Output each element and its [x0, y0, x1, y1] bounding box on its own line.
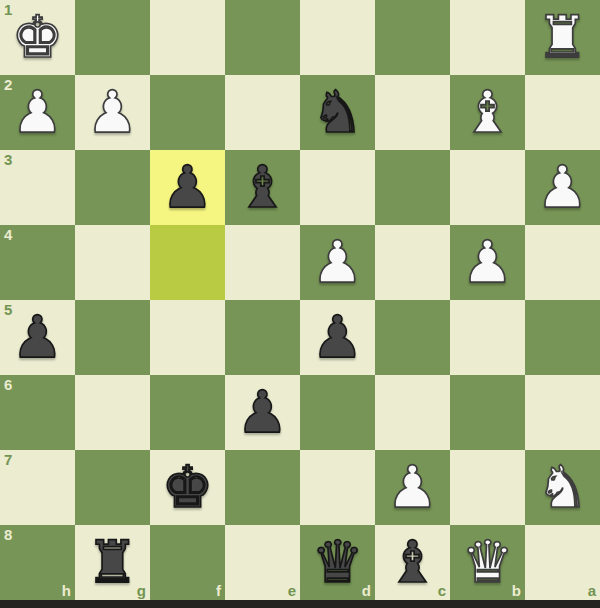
- square-e5[interactable]: [225, 300, 300, 375]
- square-h7[interactable]: 7: [0, 450, 75, 525]
- file-label-h: h: [62, 583, 71, 598]
- file-label-f: f: [216, 583, 221, 598]
- square-a8[interactable]: a: [525, 525, 600, 600]
- piece-white-knight[interactable]: ♞: [537, 450, 589, 525]
- square-b7[interactable]: [450, 450, 525, 525]
- piece-black-queen[interactable]: ♛: [312, 525, 364, 600]
- square-c3[interactable]: [375, 150, 450, 225]
- square-d8[interactable]: ♛d: [300, 525, 375, 600]
- square-b2[interactable]: ♝: [450, 75, 525, 150]
- square-f8[interactable]: f: [150, 525, 225, 600]
- square-d6[interactable]: [300, 375, 375, 450]
- square-f5[interactable]: [150, 300, 225, 375]
- piece-black-pawn[interactable]: ♟: [12, 300, 64, 375]
- rank-label-8: 8: [4, 527, 12, 542]
- square-g3[interactable]: [75, 150, 150, 225]
- square-g5[interactable]: [75, 300, 150, 375]
- square-a5[interactable]: [525, 300, 600, 375]
- square-h3[interactable]: 3: [0, 150, 75, 225]
- square-b5[interactable]: [450, 300, 525, 375]
- square-h8[interactable]: 8h: [0, 525, 75, 600]
- square-g6[interactable]: [75, 375, 150, 450]
- square-d4[interactable]: ♟: [300, 225, 375, 300]
- square-h2[interactable]: 2♟: [0, 75, 75, 150]
- square-c4[interactable]: [375, 225, 450, 300]
- square-g8[interactable]: ♜g: [75, 525, 150, 600]
- square-d7[interactable]: [300, 450, 375, 525]
- piece-white-queen[interactable]: ♛: [462, 525, 514, 600]
- file-label-c: c: [438, 583, 446, 598]
- square-a7[interactable]: ♞: [525, 450, 600, 525]
- square-b1[interactable]: [450, 0, 525, 75]
- square-e6[interactable]: ♟: [225, 375, 300, 450]
- square-d5[interactable]: ♟: [300, 300, 375, 375]
- square-d1[interactable]: [300, 0, 375, 75]
- square-e7[interactable]: [225, 450, 300, 525]
- piece-white-pawn[interactable]: ♟: [387, 450, 439, 525]
- bottom-bar: [0, 600, 600, 608]
- square-g1[interactable]: [75, 0, 150, 75]
- square-b4[interactable]: ♟: [450, 225, 525, 300]
- file-label-e: e: [288, 583, 296, 598]
- square-e3[interactable]: ♝: [225, 150, 300, 225]
- square-b6[interactable]: [450, 375, 525, 450]
- square-d3[interactable]: [300, 150, 375, 225]
- square-c8[interactable]: ♝c: [375, 525, 450, 600]
- piece-black-pawn[interactable]: ♟: [237, 375, 289, 450]
- square-c2[interactable]: [375, 75, 450, 150]
- file-label-a: a: [588, 583, 596, 598]
- square-f3[interactable]: ♟: [150, 150, 225, 225]
- square-a3[interactable]: ♟: [525, 150, 600, 225]
- square-c1[interactable]: [375, 0, 450, 75]
- square-c6[interactable]: [375, 375, 450, 450]
- rank-label-6: 6: [4, 377, 12, 392]
- piece-white-pawn[interactable]: ♟: [537, 150, 589, 225]
- piece-white-pawn[interactable]: ♟: [462, 225, 514, 300]
- square-f2[interactable]: [150, 75, 225, 150]
- piece-black-pawn[interactable]: ♟: [312, 300, 364, 375]
- square-b3[interactable]: [450, 150, 525, 225]
- rank-label-7: 7: [4, 452, 12, 467]
- square-f1[interactable]: [150, 0, 225, 75]
- square-a4[interactable]: [525, 225, 600, 300]
- piece-black-bishop[interactable]: ♝: [237, 150, 289, 225]
- square-e4[interactable]: [225, 225, 300, 300]
- square-c7[interactable]: ♟: [375, 450, 450, 525]
- piece-black-king[interactable]: ♚: [162, 450, 214, 525]
- square-e8[interactable]: e: [225, 525, 300, 600]
- piece-black-bishop[interactable]: ♝: [387, 525, 439, 600]
- piece-black-pawn[interactable]: ♟: [162, 150, 214, 225]
- rank-label-3: 3: [4, 152, 12, 167]
- square-h4[interactable]: 4: [0, 225, 75, 300]
- square-b8[interactable]: ♛b: [450, 525, 525, 600]
- square-g4[interactable]: [75, 225, 150, 300]
- square-f7[interactable]: ♚: [150, 450, 225, 525]
- square-e1[interactable]: [225, 0, 300, 75]
- chess-board: 1♚♜2♟♟♞♝3♟♝♟4♟♟5♟♟6♟7♚♟♞8h♜gfe♛d♝c♛ba: [0, 0, 600, 600]
- piece-white-bishop[interactable]: ♝: [462, 75, 514, 150]
- square-e2[interactable]: [225, 75, 300, 150]
- piece-white-rook[interactable]: ♜: [537, 0, 589, 75]
- square-h6[interactable]: 6: [0, 375, 75, 450]
- square-h5[interactable]: 5♟: [0, 300, 75, 375]
- piece-white-pawn[interactable]: ♟: [12, 75, 64, 150]
- square-g7[interactable]: [75, 450, 150, 525]
- piece-white-pawn[interactable]: ♟: [312, 225, 364, 300]
- piece-white-king[interactable]: ♚: [12, 0, 64, 75]
- square-c5[interactable]: [375, 300, 450, 375]
- square-g2[interactable]: ♟: [75, 75, 150, 150]
- square-a1[interactable]: ♜: [525, 0, 600, 75]
- square-a2[interactable]: [525, 75, 600, 150]
- square-h1[interactable]: 1♚: [0, 0, 75, 75]
- piece-black-rook[interactable]: ♜: [87, 525, 139, 600]
- square-d2[interactable]: ♞: [300, 75, 375, 150]
- square-a6[interactable]: [525, 375, 600, 450]
- square-f4[interactable]: [150, 225, 225, 300]
- piece-black-knight[interactable]: ♞: [312, 75, 364, 150]
- piece-white-pawn[interactable]: ♟: [87, 75, 139, 150]
- rank-label-4: 4: [4, 227, 12, 242]
- square-f6[interactable]: [150, 375, 225, 450]
